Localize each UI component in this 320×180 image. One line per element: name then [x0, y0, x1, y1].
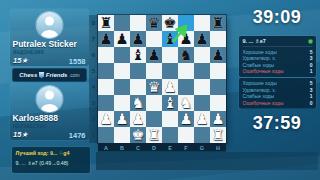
square-h6[interactable]: ♟ — [210, 47, 226, 63]
square-g8[interactable] — [194, 15, 210, 31]
logo-suffix: .com — [69, 72, 80, 78]
square-e2[interactable] — [162, 111, 178, 127]
black-pawn: ♟ — [194, 31, 210, 47]
clock-top: 39:09 — [238, 7, 316, 28]
app-window: Putralex Sticker ИНДОНЕЗИЯ 15★ 1558 Ches… — [0, 0, 320, 180]
current-move-label: 9. ... ♗e7 — [243, 38, 266, 45]
black-king: ♚ — [162, 15, 178, 31]
square-b5[interactable] — [114, 63, 130, 79]
stat-label: Ошибочные ходы — [243, 69, 284, 75]
square-f6[interactable]: ♞ — [178, 47, 194, 63]
site-logo[interactable]: Chess Friends .com — [12, 68, 87, 82]
file-label-e: E — [162, 143, 178, 152]
square-g7[interactable]: ♟ — [194, 31, 210, 47]
square-d7[interactable] — [146, 31, 162, 47]
file-label-g: G — [194, 143, 210, 152]
square-h2[interactable]: ♟ — [210, 111, 226, 127]
file-label-a: A — [98, 143, 114, 152]
avatar-head-icon — [45, 91, 54, 100]
square-f3[interactable]: ♞ — [178, 95, 194, 111]
black-pawn: ♟ — [210, 47, 226, 63]
rank-label-5: 5 — [89, 63, 98, 79]
square-d3[interactable] — [146, 95, 162, 111]
square-h7[interactable] — [210, 31, 226, 47]
stat-label: Слабые ходы — [243, 62, 275, 68]
square-c5[interactable] — [130, 63, 146, 79]
move-stats-panel-bottom: Хорошие ходы5Удовлетвор. х.3Слабые ходы1… — [239, 78, 316, 109]
square-a8[interactable]: ♜ — [98, 15, 114, 31]
square-c2[interactable]: ♟ — [130, 111, 146, 127]
white-pawn: ♟ — [98, 111, 114, 127]
black-pawn: ♟ — [178, 31, 194, 47]
player-level-badge: 15★ — [13, 56, 28, 65]
file-label-b: B — [114, 143, 130, 152]
stat-label: Хорошие ходы — [243, 81, 277, 87]
white-pawn: ♟ — [114, 111, 130, 127]
black-pawn: ♟ — [146, 47, 162, 63]
stat-label: Удовлетвор. х. — [243, 56, 277, 62]
black-pawn: ♟ — [114, 31, 130, 47]
square-a4[interactable] — [98, 79, 114, 95]
clock-bottom: 37:59 — [238, 113, 316, 134]
player-level-badge: 15★ — [13, 130, 28, 139]
square-f8[interactable] — [178, 15, 194, 31]
rank-label-1: 1 — [89, 127, 98, 143]
stat-value: 3 — [310, 56, 313, 62]
square-c6[interactable]: ♝ — [130, 47, 146, 63]
square-e5[interactable] — [162, 63, 178, 79]
file-labels: ABCDEFGH — [98, 143, 226, 152]
square-g4[interactable] — [194, 79, 210, 95]
white-pawn: ♟ — [194, 111, 210, 127]
square-d1[interactable]: ♜ — [146, 127, 162, 143]
black-bishop: ♝ — [130, 47, 146, 63]
file-label-c: C — [130, 143, 146, 152]
square-c7[interactable]: ♟ — [130, 31, 146, 47]
best-move-line: Лучший ход: 9... ♘g4 — [16, 150, 87, 156]
square-f5[interactable] — [178, 63, 194, 79]
stat-label: Ошибочные ходы — [243, 100, 284, 106]
shield-icon — [39, 72, 45, 79]
black-pawn: ♟ — [98, 31, 114, 47]
square-c3[interactable]: ♞ — [130, 95, 146, 111]
black-pawn: ♟ — [130, 31, 146, 47]
square-g1[interactable] — [194, 127, 210, 143]
white-queen: ♛ — [146, 79, 162, 95]
black-rook: ♜ — [210, 15, 226, 31]
square-b1[interactable] — [114, 127, 130, 143]
rank-label-2: 2 — [89, 111, 98, 127]
rank-label-8: 8 — [89, 15, 98, 31]
rank-label-4: 4 — [89, 79, 98, 95]
white-bishop: ♝ — [162, 95, 178, 111]
square-d5[interactable] — [146, 63, 162, 79]
square-d2[interactable] — [146, 111, 162, 127]
stat-row: Ошибочные ходы0 — [243, 100, 313, 107]
square-a3[interactable] — [98, 95, 114, 111]
move-stats-panel-top: 9. ... ♗e7 Хорошие ходы5Удовлетвор. х.3С… — [239, 36, 316, 77]
avatar[interactable] — [37, 12, 63, 38]
square-a1[interactable] — [98, 127, 114, 143]
stat-value: 5 — [310, 49, 313, 55]
player-card-top: Putralex Sticker ИНДОНЕЗИЯ 15★ 1558 — [10, 9, 89, 66]
chess-board[interactable]: ♜♛♚♜♟♟♟♝♟♟♝♟♞♟♛♟♞♝♞♟♟♟♟♟♟♚♜♜ — [98, 15, 226, 143]
avatar[interactable] — [37, 86, 63, 112]
stat-value: 3 — [310, 87, 313, 93]
square-h5[interactable] — [210, 63, 226, 79]
white-knight: ♞ — [130, 95, 146, 111]
square-g5[interactable] — [194, 63, 210, 79]
avatar-torso-icon — [41, 104, 58, 112]
stat-row: Ошибочные ходы1 — [243, 68, 313, 75]
square-h8[interactable]: ♜ — [210, 15, 226, 31]
square-a2[interactable]: ♟ — [98, 111, 114, 127]
white-knight: ♞ — [178, 95, 194, 111]
file-label-d: D — [146, 143, 162, 152]
square-d6[interactable]: ♟ — [146, 47, 162, 63]
stat-value: 1 — [310, 69, 313, 75]
white-pawn: ♟ — [162, 79, 178, 95]
square-e4[interactable]: ♟ — [162, 79, 178, 95]
square-e3[interactable]: ♝ — [162, 95, 178, 111]
rank-label-3: 3 — [89, 95, 98, 111]
white-rook: ♜ — [146, 127, 162, 143]
white-pawn: ♟ — [210, 111, 226, 127]
square-b7[interactable]: ♟ — [114, 31, 130, 47]
avatar-torso-icon — [41, 30, 58, 38]
stat-value: 0 — [310, 62, 313, 68]
stat-value: 1 — [310, 94, 313, 100]
square-b4[interactable] — [114, 79, 130, 95]
square-a6[interactable] — [98, 47, 114, 63]
engine-suggestion-box: Лучший ход: 9... ♘g4 9. ... ♗e7 (0.49→0.… — [12, 147, 90, 173]
square-g6[interactable] — [194, 47, 210, 63]
square-b3[interactable] — [114, 95, 130, 111]
square-e1[interactable] — [162, 127, 178, 143]
black-knight: ♞ — [178, 47, 194, 63]
rank-label-6: 6 — [89, 47, 98, 63]
square-h1[interactable]: ♜ — [210, 127, 226, 143]
square-h4[interactable] — [210, 79, 226, 95]
square-a7[interactable]: ♟ — [98, 31, 114, 47]
square-c8[interactable] — [130, 15, 146, 31]
stat-value: 0 — [310, 100, 313, 106]
white-rook: ♜ — [210, 127, 226, 143]
black-rook: ♜ — [98, 15, 114, 31]
rank-labels: 87654321 — [89, 15, 98, 143]
stat-value: 5 — [310, 81, 313, 87]
played-move-line: 9. ... ♗e7 (0.49→0.48) — [16, 160, 87, 166]
file-label-f: F — [178, 143, 194, 152]
player-rating: 1476 — [69, 130, 86, 139]
file-label-h: H — [210, 143, 226, 152]
avatar-head-icon — [45, 17, 54, 26]
player-card-bottom: Karlos8888 НЕИЗВЕСТНО 15★ 1476 — [10, 83, 89, 140]
stat-label: Хорошие ходы — [243, 49, 277, 55]
square-a5[interactable] — [98, 63, 114, 79]
white-pawn: ♟ — [130, 111, 146, 127]
player-name: Putralex Sticker — [10, 40, 89, 50]
move-quality-indicator — [309, 39, 313, 43]
logo-text-right: Friends — [46, 72, 68, 79]
stat-label: Удовлетвор. х. — [243, 87, 277, 93]
square-f4[interactable] — [178, 79, 194, 95]
square-e6[interactable] — [162, 47, 178, 63]
square-e8[interactable]: ♚ — [162, 15, 178, 31]
player-rating: 1558 — [69, 56, 86, 65]
square-c4[interactable] — [130, 79, 146, 95]
square-e7[interactable]: ♝ — [162, 31, 178, 47]
square-f2[interactable]: ♟ — [178, 111, 194, 127]
rank-label-7: 7 — [89, 31, 98, 47]
white-king: ♚ — [130, 127, 146, 143]
square-d4[interactable]: ♛ — [146, 79, 162, 95]
black-queen: ♛ — [146, 15, 162, 31]
logo-text-left: Chess — [19, 72, 37, 79]
stat-label: Слабые ходы — [243, 94, 275, 100]
player-name: Karlos8888 — [10, 114, 89, 124]
white-pawn: ♟ — [178, 111, 194, 127]
black-bishop: ♝ — [162, 31, 178, 47]
square-f7[interactable]: ♟ — [178, 31, 194, 47]
move-list-band — [96, 152, 318, 170]
square-g2[interactable]: ♟ — [194, 111, 210, 127]
square-b8[interactable] — [114, 15, 130, 31]
square-h3[interactable] — [210, 95, 226, 111]
square-c1[interactable]: ♚ — [130, 127, 146, 143]
square-b6[interactable] — [114, 47, 130, 63]
square-b2[interactable]: ♟ — [114, 111, 130, 127]
square-f1[interactable] — [178, 127, 194, 143]
square-d8[interactable]: ♛ — [146, 15, 162, 31]
square-g3[interactable] — [194, 95, 210, 111]
